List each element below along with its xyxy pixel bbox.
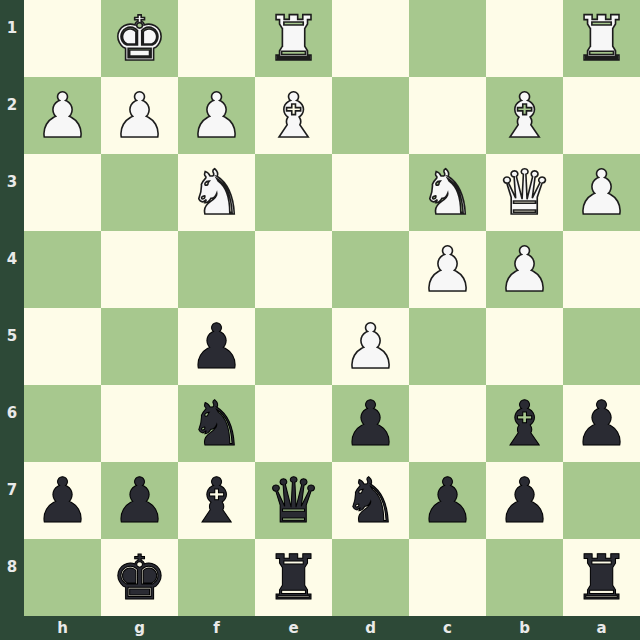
white-knight-icon[interactable]: ♞ (189, 154, 245, 231)
white-king-icon[interactable]: ♚ (112, 0, 168, 77)
black-queen-icon[interactable]: ♛ (266, 462, 322, 539)
square-e8[interactable]: ♜ (255, 539, 332, 616)
black-bishop-icon[interactable]: ♝ (189, 462, 245, 539)
file-label-h: h (24, 616, 101, 640)
square-c8[interactable] (409, 539, 486, 616)
black-pawn-icon[interactable]: ♟ (35, 462, 91, 539)
square-b3[interactable]: ♛ (486, 154, 563, 231)
file-label-f: f (178, 616, 255, 640)
rank-label-2: 2 (0, 77, 24, 154)
square-h4[interactable] (24, 231, 101, 308)
square-g2[interactable]: ♟ (101, 77, 178, 154)
rank-label-4: 4 (0, 231, 24, 308)
square-a6[interactable]: ♟ (563, 385, 640, 462)
chess-board: ♚♜♜♟♟♟♝♝♞♞♛♟♟♟♟♟♞♟♝♟♟♟♝♛♞♟♟♚♜♜ (24, 0, 640, 616)
black-rook-icon[interactable]: ♜ (574, 539, 630, 616)
white-pawn-icon[interactable]: ♟ (189, 77, 245, 154)
square-e5[interactable] (255, 308, 332, 385)
square-d8[interactable] (332, 539, 409, 616)
rank-label-7: 7 (0, 462, 24, 539)
white-pawn-icon[interactable]: ♟ (574, 154, 630, 231)
square-d6[interactable]: ♟ (332, 385, 409, 462)
square-b4[interactable]: ♟ (486, 231, 563, 308)
square-g3[interactable] (101, 154, 178, 231)
black-knight-icon[interactable]: ♞ (343, 462, 399, 539)
square-e7[interactable]: ♛ (255, 462, 332, 539)
square-f1[interactable] (178, 0, 255, 77)
file-label-d: d (332, 616, 409, 640)
square-g6[interactable] (101, 385, 178, 462)
square-a5[interactable] (563, 308, 640, 385)
square-h3[interactable] (24, 154, 101, 231)
white-pawn-icon[interactable]: ♟ (35, 77, 91, 154)
white-bishop-icon[interactable]: ♝ (497, 77, 553, 154)
rank-label-8: 8 (0, 539, 24, 616)
square-f4[interactable] (178, 231, 255, 308)
white-pawn-icon[interactable]: ♟ (112, 77, 168, 154)
white-pawn-icon[interactable]: ♟ (420, 231, 476, 308)
black-pawn-icon[interactable]: ♟ (189, 308, 245, 385)
square-d7[interactable]: ♞ (332, 462, 409, 539)
file-labels: hgfedcba (24, 616, 640, 640)
square-d4[interactable] (332, 231, 409, 308)
square-c1[interactable] (409, 0, 486, 77)
square-e3[interactable] (255, 154, 332, 231)
file-label-b: b (486, 616, 563, 640)
white-knight-icon[interactable]: ♞ (420, 154, 476, 231)
square-d2[interactable] (332, 77, 409, 154)
square-f8[interactable] (178, 539, 255, 616)
black-bishop-icon[interactable]: ♝ (497, 385, 553, 462)
file-label-e: e (255, 616, 332, 640)
square-a7[interactable] (563, 462, 640, 539)
square-h2[interactable]: ♟ (24, 77, 101, 154)
rank-label-5: 5 (0, 308, 24, 385)
square-e2[interactable]: ♝ (255, 77, 332, 154)
rank-label-3: 3 (0, 154, 24, 231)
square-b5[interactable] (486, 308, 563, 385)
square-c4[interactable]: ♟ (409, 231, 486, 308)
square-g5[interactable] (101, 308, 178, 385)
square-b6[interactable]: ♝ (486, 385, 563, 462)
square-d1[interactable] (332, 0, 409, 77)
square-d5[interactable]: ♟ (332, 308, 409, 385)
square-e6[interactable] (255, 385, 332, 462)
square-b2[interactable]: ♝ (486, 77, 563, 154)
square-h7[interactable]: ♟ (24, 462, 101, 539)
square-c7[interactable]: ♟ (409, 462, 486, 539)
black-pawn-icon[interactable]: ♟ (420, 462, 476, 539)
square-f5[interactable]: ♟ (178, 308, 255, 385)
square-c3[interactable]: ♞ (409, 154, 486, 231)
square-g4[interactable] (101, 231, 178, 308)
file-label-c: c (409, 616, 486, 640)
white-pawn-icon[interactable]: ♟ (343, 308, 399, 385)
white-rook-icon[interactable]: ♜ (266, 0, 322, 77)
black-king-icon[interactable]: ♚ (112, 539, 168, 616)
black-knight-icon[interactable]: ♞ (189, 385, 245, 462)
square-h1[interactable] (24, 0, 101, 77)
square-a2[interactable] (563, 77, 640, 154)
square-c6[interactable] (409, 385, 486, 462)
square-g1[interactable]: ♚ (101, 0, 178, 77)
square-b7[interactable]: ♟ (486, 462, 563, 539)
square-f3[interactable]: ♞ (178, 154, 255, 231)
black-pawn-icon[interactable]: ♟ (112, 462, 168, 539)
square-a3[interactable]: ♟ (563, 154, 640, 231)
white-rook-icon[interactable]: ♜ (574, 0, 630, 77)
square-f6[interactable]: ♞ (178, 385, 255, 462)
square-d3[interactable] (332, 154, 409, 231)
square-g8[interactable]: ♚ (101, 539, 178, 616)
black-rook-icon[interactable]: ♜ (266, 539, 322, 616)
square-a1[interactable]: ♜ (563, 0, 640, 77)
rank-label-1: 1 (0, 0, 24, 77)
white-pawn-icon[interactable]: ♟ (497, 231, 553, 308)
rank-label-6: 6 (0, 385, 24, 462)
square-h8[interactable] (24, 539, 101, 616)
file-label-g: g (101, 616, 178, 640)
square-a8[interactable]: ♜ (563, 539, 640, 616)
square-b8[interactable] (486, 539, 563, 616)
square-c5[interactable] (409, 308, 486, 385)
white-bishop-icon[interactable]: ♝ (266, 77, 322, 154)
black-pawn-icon[interactable]: ♟ (343, 385, 399, 462)
square-c2[interactable] (409, 77, 486, 154)
file-label-a: a (563, 616, 640, 640)
chess-diagram: 12345678 ♚♜♜♟♟♟♝♝♞♞♛♟♟♟♟♟♞♟♝♟♟♟♝♛♞♟♟♚♜♜ … (0, 0, 640, 640)
white-queen-icon[interactable]: ♛ (497, 154, 553, 231)
black-pawn-icon[interactable]: ♟ (497, 462, 553, 539)
square-a4[interactable] (563, 231, 640, 308)
square-h6[interactable] (24, 385, 101, 462)
square-e4[interactable] (255, 231, 332, 308)
square-b1[interactable] (486, 0, 563, 77)
square-g7[interactable]: ♟ (101, 462, 178, 539)
square-h5[interactable] (24, 308, 101, 385)
square-f7[interactable]: ♝ (178, 462, 255, 539)
black-pawn-icon[interactable]: ♟ (574, 385, 630, 462)
rank-labels: 12345678 (0, 0, 24, 616)
square-e1[interactable]: ♜ (255, 0, 332, 77)
square-f2[interactable]: ♟ (178, 77, 255, 154)
